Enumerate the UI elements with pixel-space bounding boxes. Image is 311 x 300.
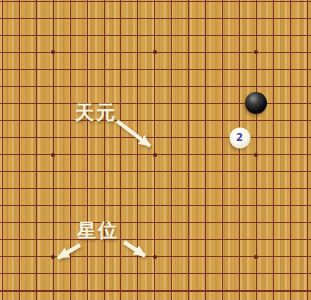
board-intersection bbox=[79, 265, 96, 282]
board-intersection bbox=[180, 95, 197, 112]
board-intersection bbox=[0, 112, 11, 129]
board-intersection bbox=[299, 112, 311, 129]
board-intersection bbox=[248, 61, 265, 78]
board-intersection bbox=[248, 27, 265, 44]
board-intersection bbox=[79, 248, 96, 265]
board-intersection bbox=[248, 44, 265, 61]
board-intersection bbox=[214, 180, 231, 197]
board-intersection bbox=[299, 265, 311, 282]
board-intersection bbox=[214, 44, 231, 61]
board-intersection bbox=[129, 197, 146, 214]
board-intersection bbox=[96, 0, 113, 10]
board-intersection bbox=[129, 112, 146, 129]
board-intersection bbox=[62, 10, 79, 27]
board-intersection bbox=[96, 180, 113, 197]
board-intersection bbox=[231, 282, 248, 299]
board-intersection bbox=[113, 282, 130, 299]
star-point-dot bbox=[153, 255, 157, 259]
board-intersection bbox=[96, 10, 113, 27]
board-intersection bbox=[0, 0, 11, 10]
board-intersection bbox=[265, 214, 282, 231]
board-intersection bbox=[28, 95, 45, 112]
board-intersection bbox=[180, 146, 197, 163]
board-intersection bbox=[299, 61, 311, 78]
board-intersection bbox=[28, 27, 45, 44]
board-intersection bbox=[180, 197, 197, 214]
board-intersection bbox=[197, 78, 214, 95]
board-intersection bbox=[163, 180, 180, 197]
board-intersection bbox=[231, 27, 248, 44]
board-intersection bbox=[96, 248, 113, 265]
board-intersection bbox=[214, 163, 231, 180]
board-intersection bbox=[62, 27, 79, 44]
board-intersection bbox=[129, 163, 146, 180]
board-intersection bbox=[146, 44, 163, 61]
board-intersection bbox=[248, 112, 265, 129]
board-intersection bbox=[96, 129, 113, 146]
board-intersection bbox=[0, 163, 11, 180]
board-intersection bbox=[265, 44, 282, 61]
board-intersection bbox=[96, 282, 113, 299]
board-intersection bbox=[45, 78, 62, 95]
board-intersection bbox=[163, 231, 180, 248]
board-intersection bbox=[28, 214, 45, 231]
board-intersection bbox=[197, 197, 214, 214]
board-intersection bbox=[79, 61, 96, 78]
board-intersection bbox=[62, 282, 79, 299]
board-intersection bbox=[146, 0, 163, 10]
board-intersection bbox=[96, 78, 113, 95]
board-intersection bbox=[146, 61, 163, 78]
board-intersection bbox=[11, 248, 28, 265]
board-intersection bbox=[163, 10, 180, 27]
board-intersection bbox=[129, 129, 146, 146]
board-intersection bbox=[113, 78, 130, 95]
board-intersection bbox=[28, 180, 45, 197]
board-intersection bbox=[113, 44, 130, 61]
board-intersection bbox=[265, 129, 282, 146]
board-intersection bbox=[0, 61, 11, 78]
board-intersection bbox=[163, 112, 180, 129]
board-intersection bbox=[299, 27, 311, 44]
board-intersection bbox=[248, 214, 265, 231]
star-points-label: 星位 bbox=[77, 218, 119, 244]
board-intersection bbox=[282, 214, 299, 231]
board-intersection bbox=[11, 163, 28, 180]
board-intersection bbox=[96, 265, 113, 282]
board-intersection bbox=[62, 61, 79, 78]
board-intersection bbox=[231, 265, 248, 282]
board-intersection bbox=[0, 95, 11, 112]
board-intersection bbox=[214, 78, 231, 95]
board-intersection bbox=[180, 129, 197, 146]
board-intersection bbox=[129, 78, 146, 95]
board-intersection bbox=[96, 146, 113, 163]
board-intersection bbox=[163, 248, 180, 265]
board-intersection bbox=[248, 248, 265, 265]
board-intersection bbox=[299, 163, 311, 180]
board-intersection bbox=[282, 282, 299, 299]
board-intersection bbox=[265, 248, 282, 265]
board-intersection bbox=[214, 146, 231, 163]
board-intersection bbox=[79, 10, 96, 27]
board-intersection bbox=[146, 129, 163, 146]
board-intersection bbox=[11, 197, 28, 214]
board-intersection bbox=[248, 163, 265, 180]
star-point-dot bbox=[153, 153, 157, 157]
board-intersection bbox=[265, 282, 282, 299]
board-intersection bbox=[45, 61, 62, 78]
board-intersection bbox=[28, 44, 45, 61]
board-intersection bbox=[45, 112, 62, 129]
board-intersection bbox=[282, 180, 299, 197]
board-intersection bbox=[180, 214, 197, 231]
board-intersection bbox=[282, 197, 299, 214]
board-intersection bbox=[45, 0, 62, 10]
board-intersection bbox=[146, 112, 163, 129]
board-intersection bbox=[0, 265, 11, 282]
board-intersection bbox=[231, 78, 248, 95]
board-intersection bbox=[214, 248, 231, 265]
board-intersection bbox=[113, 163, 130, 180]
board-intersection bbox=[79, 282, 96, 299]
board-intersection bbox=[28, 112, 45, 129]
board-intersection bbox=[146, 10, 163, 27]
board-intersection bbox=[197, 214, 214, 231]
go-board: 2 天元 星位 bbox=[0, 0, 311, 300]
black-stone bbox=[245, 92, 267, 114]
board-intersection bbox=[282, 61, 299, 78]
board-intersection bbox=[180, 27, 197, 44]
board-intersection bbox=[282, 248, 299, 265]
board-intersection bbox=[146, 163, 163, 180]
board-intersection bbox=[129, 231, 146, 248]
board-intersection bbox=[180, 78, 197, 95]
board-intersection bbox=[180, 180, 197, 197]
board-intersection bbox=[11, 44, 28, 61]
board-intersection bbox=[11, 0, 28, 10]
star-point-dot bbox=[254, 255, 258, 259]
board-intersection bbox=[231, 197, 248, 214]
board-intersection bbox=[79, 78, 96, 95]
board-intersection bbox=[197, 10, 214, 27]
board-intersection bbox=[28, 163, 45, 180]
board-intersection bbox=[79, 146, 96, 163]
board-intersection bbox=[45, 180, 62, 197]
board-intersection bbox=[163, 146, 180, 163]
board-intersection bbox=[96, 61, 113, 78]
board-intersection bbox=[180, 44, 197, 61]
board-intersection bbox=[214, 27, 231, 44]
board-intersection bbox=[299, 146, 311, 163]
board-intersection bbox=[214, 112, 231, 129]
board-intersection bbox=[146, 27, 163, 44]
board-intersection bbox=[45, 146, 62, 163]
board-intersection bbox=[11, 282, 28, 299]
board-intersection bbox=[11, 112, 28, 129]
board-intersection bbox=[197, 0, 214, 10]
board-intersection bbox=[62, 0, 79, 10]
board-intersection bbox=[299, 197, 311, 214]
board-intersection bbox=[28, 78, 45, 95]
board-intersection bbox=[180, 10, 197, 27]
board-intersection bbox=[248, 197, 265, 214]
board-intersection bbox=[299, 214, 311, 231]
board-intersection bbox=[248, 95, 265, 112]
board-intersection bbox=[163, 129, 180, 146]
board-intersection bbox=[197, 282, 214, 299]
board-intersection bbox=[180, 248, 197, 265]
board-intersection bbox=[180, 0, 197, 10]
board-intersection bbox=[214, 265, 231, 282]
board-intersection bbox=[0, 10, 11, 27]
board-intersection bbox=[180, 61, 197, 78]
board-intersection bbox=[163, 78, 180, 95]
board-intersection bbox=[28, 265, 45, 282]
board-intersection bbox=[11, 95, 28, 112]
board-intersection bbox=[265, 146, 282, 163]
board-intersection bbox=[180, 282, 197, 299]
tengen-label: 天元 bbox=[75, 100, 117, 126]
board-intersection bbox=[79, 180, 96, 197]
board-intersection bbox=[248, 10, 265, 27]
board-intersection bbox=[163, 265, 180, 282]
board-intersection bbox=[231, 248, 248, 265]
board-intersection bbox=[214, 214, 231, 231]
board-intersection bbox=[45, 129, 62, 146]
board-intersection bbox=[113, 61, 130, 78]
board-intersection: 2 bbox=[231, 129, 248, 146]
board-intersection bbox=[113, 197, 130, 214]
board-intersection bbox=[28, 197, 45, 214]
board-intersection bbox=[265, 180, 282, 197]
board-intersection bbox=[113, 129, 130, 146]
board-intersection bbox=[231, 10, 248, 27]
board-intersection bbox=[299, 44, 311, 61]
board-intersection bbox=[282, 78, 299, 95]
board-intersection bbox=[28, 248, 45, 265]
board-intersection bbox=[299, 129, 311, 146]
board-intersection bbox=[11, 61, 28, 78]
board-intersection bbox=[282, 27, 299, 44]
board-intersection bbox=[197, 61, 214, 78]
board-intersection bbox=[265, 163, 282, 180]
board-intersection bbox=[248, 129, 265, 146]
board-intersection bbox=[282, 163, 299, 180]
board-intersection bbox=[299, 10, 311, 27]
board-intersection bbox=[113, 146, 130, 163]
board-intersection bbox=[45, 10, 62, 27]
board-intersection bbox=[146, 78, 163, 95]
board-intersection bbox=[0, 44, 11, 61]
board-intersection bbox=[45, 231, 62, 248]
board-intersection bbox=[197, 248, 214, 265]
board-intersection bbox=[146, 197, 163, 214]
board-intersection bbox=[231, 180, 248, 197]
board-intersection bbox=[231, 146, 248, 163]
board-intersection bbox=[265, 265, 282, 282]
board-intersection bbox=[11, 146, 28, 163]
board-intersection bbox=[197, 129, 214, 146]
board-intersection bbox=[299, 282, 311, 299]
board-intersection bbox=[265, 197, 282, 214]
board-intersection bbox=[28, 0, 45, 10]
board-intersection bbox=[282, 44, 299, 61]
board-intersection bbox=[265, 61, 282, 78]
board-intersection bbox=[214, 231, 231, 248]
board-intersection bbox=[299, 95, 311, 112]
move-number: 2 bbox=[236, 133, 243, 143]
board-intersection bbox=[113, 0, 130, 10]
board-intersection bbox=[79, 27, 96, 44]
board-intersection bbox=[282, 231, 299, 248]
board-intersection bbox=[214, 282, 231, 299]
board-intersection bbox=[146, 180, 163, 197]
board-intersection bbox=[11, 10, 28, 27]
board-intersection bbox=[79, 44, 96, 61]
board-intersection bbox=[28, 129, 45, 146]
board-intersection bbox=[0, 248, 11, 265]
board-intersection bbox=[62, 129, 79, 146]
board-intersection bbox=[248, 282, 265, 299]
board-intersection bbox=[248, 180, 265, 197]
board-intersection bbox=[231, 0, 248, 10]
board-intersection bbox=[129, 146, 146, 163]
board-intersection bbox=[299, 0, 311, 10]
board-intersection bbox=[163, 282, 180, 299]
board-intersection bbox=[129, 248, 146, 265]
board-intersection bbox=[180, 231, 197, 248]
board-intersection bbox=[45, 265, 62, 282]
board-intersection bbox=[129, 10, 146, 27]
board-intersection bbox=[197, 163, 214, 180]
board-intersection bbox=[45, 44, 62, 61]
star-point-dot bbox=[254, 153, 258, 157]
board-intersection bbox=[299, 231, 311, 248]
board-intersection bbox=[113, 180, 130, 197]
board-intersection bbox=[180, 163, 197, 180]
board-intersection bbox=[214, 95, 231, 112]
board-intersection bbox=[265, 95, 282, 112]
star-point-dot bbox=[51, 153, 55, 157]
board-intersection bbox=[113, 27, 130, 44]
board-intersection bbox=[248, 265, 265, 282]
board-intersection bbox=[214, 10, 231, 27]
board-intersection bbox=[62, 180, 79, 197]
board-intersection bbox=[129, 95, 146, 112]
board-intersection bbox=[11, 27, 28, 44]
board-intersection bbox=[214, 61, 231, 78]
board-intersection bbox=[0, 180, 11, 197]
board-intersection bbox=[62, 78, 79, 95]
board-intersection bbox=[79, 163, 96, 180]
board-intersection bbox=[282, 10, 299, 27]
board-intersection bbox=[282, 265, 299, 282]
board-intersection bbox=[11, 180, 28, 197]
board-intersection bbox=[96, 27, 113, 44]
board-intersection bbox=[299, 248, 311, 265]
white-stone: 2 bbox=[229, 127, 250, 148]
board-intersection bbox=[11, 265, 28, 282]
board-intersection bbox=[248, 231, 265, 248]
board-intersection bbox=[62, 248, 79, 265]
board-intersection bbox=[231, 231, 248, 248]
board-intersection bbox=[265, 10, 282, 27]
board-intersection bbox=[163, 163, 180, 180]
board-intersection bbox=[96, 197, 113, 214]
board-intersection bbox=[62, 44, 79, 61]
star-point-dot bbox=[51, 255, 55, 259]
board-intersection bbox=[11, 214, 28, 231]
board-intersection bbox=[265, 231, 282, 248]
go-grid: 2 bbox=[0, 0, 311, 300]
board-intersection bbox=[28, 231, 45, 248]
board-intersection bbox=[0, 129, 11, 146]
board-intersection bbox=[282, 129, 299, 146]
board-intersection bbox=[45, 197, 62, 214]
board-intersection bbox=[129, 27, 146, 44]
board-intersection bbox=[299, 180, 311, 197]
board-intersection bbox=[129, 180, 146, 197]
board-intersection bbox=[62, 146, 79, 163]
board-intersection bbox=[299, 78, 311, 95]
board-intersection bbox=[282, 0, 299, 10]
board-intersection bbox=[11, 129, 28, 146]
board-intersection bbox=[129, 214, 146, 231]
board-intersection bbox=[28, 61, 45, 78]
board-intersection bbox=[62, 197, 79, 214]
board-intersection bbox=[28, 146, 45, 163]
board-intersection bbox=[129, 61, 146, 78]
board-intersection bbox=[231, 214, 248, 231]
board-intersection bbox=[197, 231, 214, 248]
board-intersection bbox=[0, 231, 11, 248]
board-intersection bbox=[45, 282, 62, 299]
board-intersection bbox=[248, 0, 265, 10]
board-intersection bbox=[146, 265, 163, 282]
board-intersection bbox=[197, 265, 214, 282]
board-intersection bbox=[180, 112, 197, 129]
board-intersection bbox=[0, 78, 11, 95]
board-intersection bbox=[28, 10, 45, 27]
board-intersection bbox=[146, 214, 163, 231]
star-point-dot bbox=[153, 50, 157, 54]
board-intersection bbox=[79, 129, 96, 146]
board-intersection bbox=[197, 27, 214, 44]
board-intersection bbox=[0, 146, 11, 163]
board-intersection bbox=[146, 282, 163, 299]
board-intersection bbox=[45, 27, 62, 44]
board-intersection bbox=[180, 265, 197, 282]
board-intersection bbox=[197, 44, 214, 61]
board-intersection bbox=[265, 112, 282, 129]
star-point-dot bbox=[254, 50, 258, 54]
board-intersection bbox=[197, 95, 214, 112]
board-intersection bbox=[146, 95, 163, 112]
board-intersection bbox=[11, 78, 28, 95]
board-intersection bbox=[146, 146, 163, 163]
board-intersection bbox=[28, 282, 45, 299]
board-intersection bbox=[96, 44, 113, 61]
board-intersection bbox=[282, 146, 299, 163]
board-intersection bbox=[231, 61, 248, 78]
board-intersection bbox=[197, 180, 214, 197]
board-intersection bbox=[0, 214, 11, 231]
board-intersection bbox=[163, 61, 180, 78]
board-intersection bbox=[282, 95, 299, 112]
board-intersection bbox=[11, 231, 28, 248]
board-intersection bbox=[146, 231, 163, 248]
